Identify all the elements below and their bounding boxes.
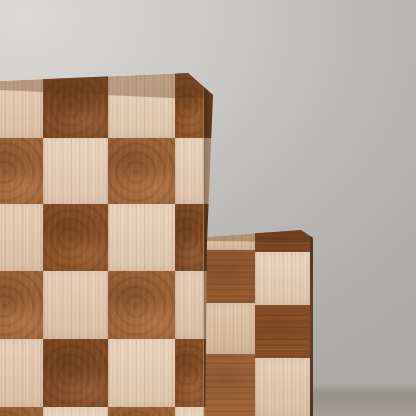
board-square-dark: [43, 339, 108, 407]
board-square-dark: [43, 72, 108, 138]
board-square-dark: [43, 204, 108, 271]
small-board-column: [205, 229, 255, 416]
board-square-light: [175, 271, 203, 339]
board-square-dark: [108, 271, 175, 339]
board-square-dark: [175, 339, 203, 407]
board-square-dark: [0, 407, 43, 416]
board-square-dark: [0, 271, 43, 339]
board-square-dark: [205, 354, 255, 416]
board-square-light: [0, 72, 43, 138]
board-square-light: [0, 339, 43, 407]
small-board-face: [205, 229, 313, 416]
board-square-dark: [108, 138, 175, 204]
board-square-light: [108, 339, 175, 407]
board-square-dark: [0, 138, 43, 204]
board-square-dark: [255, 305, 310, 359]
small-checkerboard: [205, 229, 313, 416]
board-square-light: [108, 204, 175, 271]
board-square-light: [175, 407, 203, 416]
board-square-light: [255, 358, 310, 416]
board-square-light: [108, 72, 175, 138]
large-checkerboard: [0, 72, 213, 416]
board-square-light: [43, 138, 108, 204]
board-square-light: [205, 303, 255, 354]
board-square-light: [175, 138, 203, 204]
board-square-dark: [108, 407, 175, 416]
board-square-light: [43, 407, 108, 416]
board-square-light: [43, 271, 108, 339]
small-board-column: [255, 229, 310, 416]
board-square-light: [255, 252, 310, 305]
large-board-face: [0, 72, 213, 416]
board-square-dark: [205, 250, 255, 303]
small-board-right-edge-face: [310, 229, 313, 416]
board-square-light: [0, 204, 43, 271]
board-square-dark: [175, 204, 203, 271]
